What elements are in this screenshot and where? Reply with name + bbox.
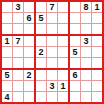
cell-r5c2[interactable] — [13, 47, 23, 57]
cell-r4c8: 3 — [81, 36, 91, 46]
cell-r6c4[interactable] — [36, 58, 46, 68]
cell-r7c9[interactable] — [92, 70, 102, 80]
cell-r9c6[interactable] — [58, 92, 68, 102]
cell-r1c9: 1 — [92, 2, 102, 12]
cell-r4c6[interactable] — [58, 36, 68, 46]
cell-r3c9[interactable] — [92, 24, 102, 34]
cell-r3c4[interactable] — [36, 24, 46, 34]
cell-r1c4[interactable] — [36, 2, 46, 12]
cell-r5c1[interactable] — [2, 47, 12, 57]
cell-r9c8[interactable] — [81, 92, 91, 102]
cell-r7c1: 5 — [2, 70, 12, 80]
cell-r2c6[interactable] — [58, 13, 68, 23]
cell-r6c2[interactable] — [13, 58, 23, 68]
cell-r4c1: 1 — [2, 36, 12, 46]
cell-r1c1[interactable] — [2, 2, 12, 12]
cell-r6c8[interactable] — [81, 58, 91, 68]
cell-r3c5[interactable] — [47, 24, 57, 34]
cell-r7c5[interactable] — [47, 70, 57, 80]
cell-r9c1: 4 — [2, 92, 12, 102]
box-5: 2 — [36, 36, 68, 68]
cell-r6c1[interactable] — [2, 58, 12, 68]
cell-r2c5[interactable] — [47, 13, 57, 23]
cell-r2c3: 6 — [24, 13, 34, 23]
cell-r8c1[interactable] — [2, 81, 12, 91]
cell-r4c7[interactable] — [70, 36, 80, 46]
cell-r8c5: 3 — [47, 81, 57, 91]
cell-r9c9[interactable] — [92, 92, 102, 102]
cell-r3c1[interactable] — [2, 24, 12, 34]
cell-r4c9[interactable] — [92, 36, 102, 46]
cell-r7c2[interactable] — [13, 70, 23, 80]
cell-r6c6[interactable] — [58, 58, 68, 68]
cell-r7c8[interactable] — [81, 70, 91, 80]
box-1: 36 — [2, 2, 34, 34]
box-9: 6 — [70, 70, 102, 102]
cell-r9c5[interactable] — [47, 92, 57, 102]
cell-r6c3[interactable] — [24, 58, 34, 68]
cell-r8c8[interactable] — [81, 81, 91, 91]
cell-r5c6[interactable] — [58, 47, 68, 57]
cell-r3c6[interactable] — [58, 24, 68, 34]
cell-r8c2[interactable] — [13, 81, 23, 91]
cell-r9c3[interactable] — [24, 92, 34, 102]
cell-r3c7[interactable] — [70, 24, 80, 34]
cell-r5c7: 5 — [70, 47, 80, 57]
cell-r6c7[interactable] — [70, 58, 80, 68]
box-4: 17 — [2, 36, 34, 68]
cell-r2c9[interactable] — [92, 13, 102, 23]
cell-r1c2: 3 — [13, 2, 23, 12]
cell-r8c7[interactable] — [70, 81, 80, 91]
cell-r4c2: 7 — [13, 36, 23, 46]
cell-r7c3: 2 — [24, 70, 34, 80]
cell-r2c2[interactable] — [13, 13, 23, 23]
box-6: 35 — [70, 36, 102, 68]
box-8: 31 — [36, 70, 68, 102]
cell-r7c7: 6 — [70, 70, 80, 80]
cell-r5c5[interactable] — [47, 47, 57, 57]
cell-r6c9[interactable] — [92, 58, 102, 68]
cell-r8c4[interactable] — [36, 81, 46, 91]
cell-r9c7[interactable] — [70, 92, 80, 102]
box-7: 524 — [2, 70, 34, 102]
cell-r2c1[interactable] — [2, 13, 12, 23]
cell-r7c4[interactable] — [36, 70, 46, 80]
cell-r7c6[interactable] — [58, 70, 68, 80]
sudoku-board: 36758117235524316 — [0, 0, 104, 104]
cell-r4c4[interactable] — [36, 36, 46, 46]
cell-r6c5[interactable] — [47, 58, 57, 68]
cell-r5c9[interactable] — [92, 47, 102, 57]
cell-r5c8[interactable] — [81, 47, 91, 57]
cell-r5c4: 2 — [36, 47, 46, 57]
cell-r1c8: 8 — [81, 2, 91, 12]
cell-r2c4: 5 — [36, 13, 46, 23]
cell-r1c3[interactable] — [24, 2, 34, 12]
cell-r3c3[interactable] — [24, 24, 34, 34]
box-2: 75 — [36, 2, 68, 34]
cell-r1c7[interactable] — [70, 2, 80, 12]
cell-r9c4[interactable] — [36, 92, 46, 102]
cell-r2c7[interactable] — [70, 13, 80, 23]
cell-r4c3[interactable] — [24, 36, 34, 46]
cell-r8c9[interactable] — [92, 81, 102, 91]
cell-r9c2[interactable] — [13, 92, 23, 102]
cell-r1c6[interactable] — [58, 2, 68, 12]
cell-r8c3[interactable] — [24, 81, 34, 91]
cell-r3c2[interactable] — [13, 24, 23, 34]
cell-r4c5[interactable] — [47, 36, 57, 46]
box-3: 81 — [70, 2, 102, 34]
cell-r8c6: 1 — [58, 81, 68, 91]
cell-r2c8[interactable] — [81, 13, 91, 23]
cell-r5c3[interactable] — [24, 47, 34, 57]
cell-r1c5: 7 — [47, 2, 57, 12]
cell-r3c8[interactable] — [81, 24, 91, 34]
